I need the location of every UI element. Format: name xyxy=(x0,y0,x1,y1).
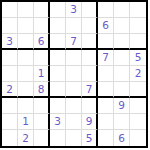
cell-r5c1[interactable] xyxy=(2,66,18,82)
cell-r7c4[interactable] xyxy=(50,98,66,114)
cell-r1c7[interactable] xyxy=(98,2,114,18)
cell-r4c5[interactable] xyxy=(66,50,82,66)
cell-r1c6[interactable] xyxy=(82,2,98,18)
cell-r3c5[interactable]: 7 xyxy=(66,34,82,50)
cell-r3c6[interactable] xyxy=(82,34,98,50)
cell-r7c6[interactable] xyxy=(82,98,98,114)
cell-r2c7[interactable]: 6 xyxy=(98,18,114,34)
cell-r2c9[interactable] xyxy=(130,18,146,34)
cell-r7c2[interactable] xyxy=(18,98,34,114)
cell-r9c6[interactable]: 5 xyxy=(82,130,98,146)
cell-r6c3[interactable]: 8 xyxy=(34,82,50,98)
cell-r6c1[interactable]: 2 xyxy=(2,82,18,98)
cell-r8c5[interactable] xyxy=(66,114,82,130)
cell-r5c8[interactable] xyxy=(114,66,130,82)
cell-r5c4[interactable] xyxy=(50,66,66,82)
cell-r3c1[interactable]: 3 xyxy=(2,34,18,50)
cell-r9c8[interactable]: 6 xyxy=(114,130,130,146)
cell-r4c8[interactable] xyxy=(114,50,130,66)
cell-r9c3[interactable] xyxy=(34,130,50,146)
cell-r1c5[interactable]: 3 xyxy=(66,2,82,18)
cell-r2c2[interactable] xyxy=(18,18,34,34)
cell-r1c4[interactable] xyxy=(50,2,66,18)
cell-r2c5[interactable] xyxy=(66,18,82,34)
cell-r5c6[interactable] xyxy=(82,66,98,82)
cell-r6c4[interactable] xyxy=(50,82,66,98)
cell-r4c1[interactable] xyxy=(2,50,18,66)
cell-r1c2[interactable] xyxy=(18,2,34,18)
cell-r8c9[interactable] xyxy=(130,114,146,130)
cell-r9c4[interactable] xyxy=(50,130,66,146)
cell-r8c1[interactable] xyxy=(2,114,18,130)
cell-r3c8[interactable] xyxy=(114,34,130,50)
cell-r6c9[interactable] xyxy=(130,82,146,98)
cell-r8c8[interactable] xyxy=(114,114,130,130)
cell-r2c4[interactable] xyxy=(50,18,66,34)
cell-r1c3[interactable] xyxy=(34,2,50,18)
cell-r6c8[interactable] xyxy=(114,82,130,98)
cell-r1c1[interactable] xyxy=(2,2,18,18)
cell-r9c5[interactable] xyxy=(66,130,82,146)
cell-r7c9[interactable] xyxy=(130,98,146,114)
cell-r8c7[interactable] xyxy=(98,114,114,130)
cell-r1c9[interactable] xyxy=(130,2,146,18)
cell-r3c2[interactable] xyxy=(18,34,34,50)
cell-r1c8[interactable] xyxy=(114,2,130,18)
cell-r5c5[interactable] xyxy=(66,66,82,82)
cell-r6c6[interactable]: 7 xyxy=(82,82,98,98)
cell-r9c7[interactable] xyxy=(98,130,114,146)
cell-r9c2[interactable]: 2 xyxy=(18,130,34,146)
cell-r5c2[interactable] xyxy=(18,66,34,82)
cell-r2c1[interactable] xyxy=(2,18,18,34)
cell-r5c7[interactable] xyxy=(98,66,114,82)
cell-r4c4[interactable] xyxy=(50,50,66,66)
cell-r8c3[interactable] xyxy=(34,114,50,130)
cell-r3c7[interactable] xyxy=(98,34,114,50)
cell-r3c3[interactable]: 6 xyxy=(34,34,50,50)
cell-r9c9[interactable] xyxy=(130,130,146,146)
cell-r7c8[interactable]: 9 xyxy=(114,98,130,114)
cell-r2c6[interactable] xyxy=(82,18,98,34)
sudoku-board: 3636775122879139256 xyxy=(0,0,148,148)
cell-r2c3[interactable] xyxy=(34,18,50,34)
cell-r6c5[interactable] xyxy=(66,82,82,98)
cell-r6c7[interactable] xyxy=(98,82,114,98)
cell-r8c4[interactable]: 3 xyxy=(50,114,66,130)
cell-r7c5[interactable] xyxy=(66,98,82,114)
cell-r5c3[interactable]: 1 xyxy=(34,66,50,82)
cell-r2c8[interactable] xyxy=(114,18,130,34)
sudoku-page: 3636775122879139256 xyxy=(0,0,150,150)
cell-r4c2[interactable] xyxy=(18,50,34,66)
cell-r3c9[interactable] xyxy=(130,34,146,50)
cell-r6c2[interactable] xyxy=(18,82,34,98)
cell-r7c7[interactable] xyxy=(98,98,114,114)
cell-r4c6[interactable] xyxy=(82,50,98,66)
cell-r4c9[interactable]: 5 xyxy=(130,50,146,66)
cell-r7c3[interactable] xyxy=(34,98,50,114)
cell-r9c1[interactable] xyxy=(2,130,18,146)
cell-r8c2[interactable]: 1 xyxy=(18,114,34,130)
cell-r4c3[interactable] xyxy=(34,50,50,66)
cell-r3c4[interactable] xyxy=(50,34,66,50)
cell-r8c6[interactable]: 9 xyxy=(82,114,98,130)
cell-r5c9[interactable]: 2 xyxy=(130,66,146,82)
cell-r7c1[interactable] xyxy=(2,98,18,114)
cell-r4c7[interactable]: 7 xyxy=(98,50,114,66)
